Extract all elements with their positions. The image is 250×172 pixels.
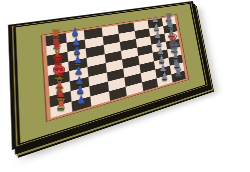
pawn-icon: ♟ (160, 72, 168, 81)
board-photo: ♜♟♞♟♝♟♟♜♛♟♟♞♚♟♟♝♝♟♟♞♛♟♟♜♚♟♟♝♟♞♟♜ (0, 0, 250, 172)
piece-white-rook-h1[interactable]: ♜ (55, 97, 67, 110)
piece-white-pawn-h2[interactable]: ♟ (77, 94, 87, 104)
pawn-icon: ♟ (77, 94, 87, 105)
piece-black-rook-h8[interactable]: ♜ (174, 67, 183, 77)
rook-icon: ♜ (55, 97, 67, 110)
rook-icon: ♜ (174, 67, 183, 77)
piece-black-pawn-h7[interactable]: ♟ (160, 72, 168, 81)
